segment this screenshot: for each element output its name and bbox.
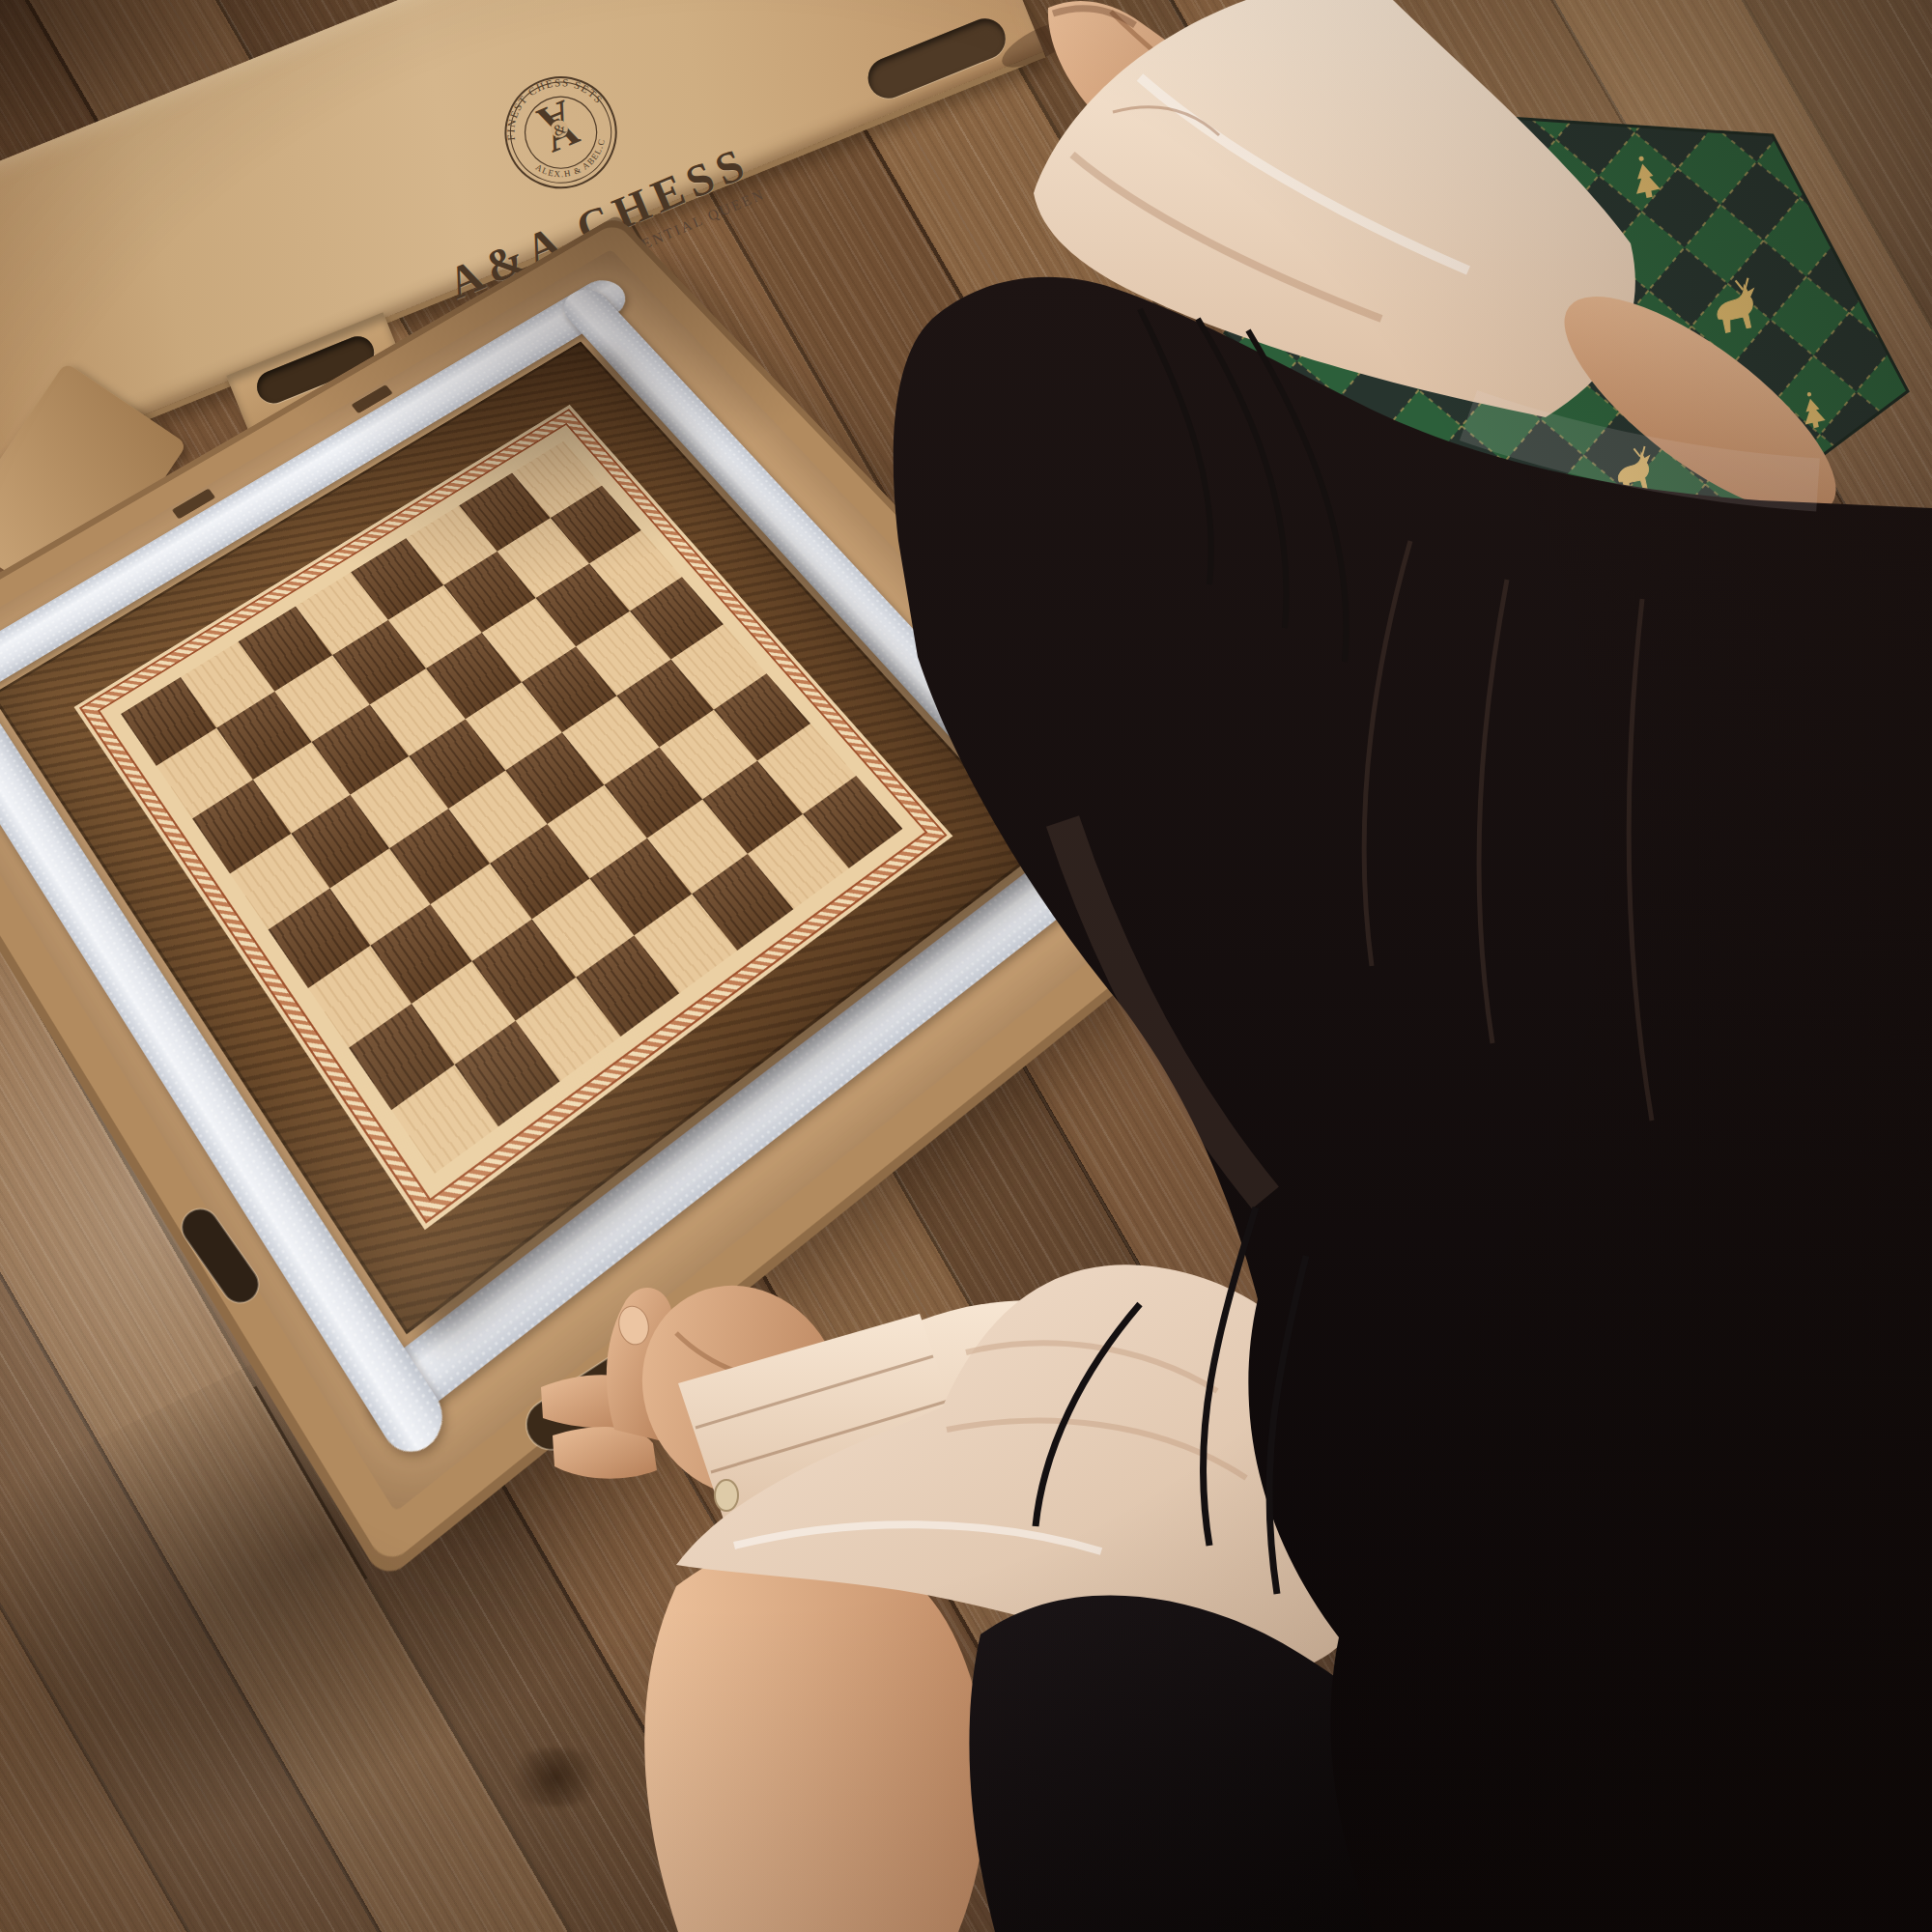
scene: FINEST CHESS SETS ALEX.H & ABEL.C A A & … bbox=[0, 0, 1932, 1932]
model-overlay bbox=[0, 0, 1932, 1932]
cuff-button bbox=[715, 1480, 738, 1511]
